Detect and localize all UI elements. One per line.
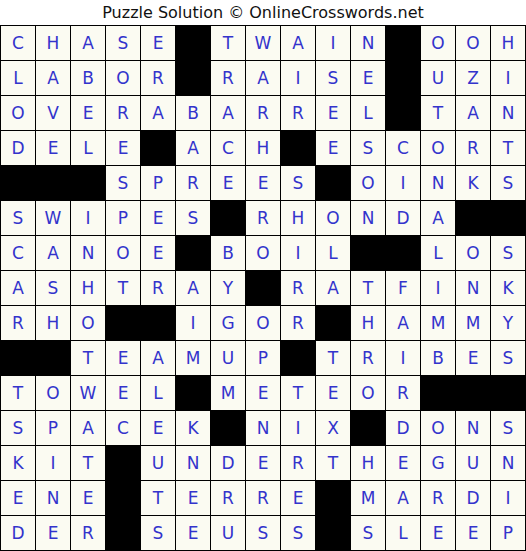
letter-cell-r2c2: A — [36, 61, 70, 95]
letter-cell-r12c1: S — [1, 411, 35, 445]
letter-cell-r6c3: I — [71, 201, 105, 235]
letter-cell-r7c1: C — [1, 236, 35, 270]
letter-cell-r8c4: T — [106, 271, 140, 305]
letter-cell-r15c7: U — [211, 516, 245, 550]
block-cell-r2c6 — [176, 61, 210, 95]
letter-cell-r11c12: R — [386, 376, 420, 410]
letter-cell-r3c13: T — [421, 96, 455, 130]
letter-cell-r3c10: E — [316, 96, 350, 130]
letter-cell-r4c15: T — [491, 131, 525, 165]
letter-cell-r10c13: B — [421, 341, 455, 375]
block-cell-r9c10 — [316, 306, 350, 340]
letter-cell-r10c8: P — [246, 341, 280, 375]
letter-cell-r6c13: A — [421, 201, 455, 235]
letter-cell-r7c7: B — [211, 236, 245, 270]
letter-cell-r13c13: G — [421, 446, 455, 480]
letter-cell-r14c9: E — [281, 481, 315, 515]
letter-cell-r2c10: S — [316, 61, 350, 95]
block-cell-r12c7 — [211, 411, 245, 445]
block-cell-r1c6 — [176, 26, 210, 60]
letter-cell-r13c5: U — [141, 446, 175, 480]
letter-cell-r8c9: R — [281, 271, 315, 305]
letter-cell-r1c1: C — [1, 26, 35, 60]
block-cell-r11c14 — [456, 376, 490, 410]
letter-cell-r8c10: A — [316, 271, 350, 305]
letter-cell-r8c12: F — [386, 271, 420, 305]
letter-cell-r1c10: I — [316, 26, 350, 60]
page-title: Puzzle Solution © OnlineCrosswords.net — [102, 0, 424, 25]
letter-cell-r8c14: N — [456, 271, 490, 305]
letter-cell-r1c14: O — [456, 26, 490, 60]
letter-cell-r5c13: N — [421, 166, 455, 200]
letter-cell-r7c13: L — [421, 236, 455, 270]
letter-cell-r12c2: P — [36, 411, 70, 445]
letter-cell-r4c6: A — [176, 131, 210, 165]
letter-cell-r10c5: A — [141, 341, 175, 375]
letter-cell-r8c13: I — [421, 271, 455, 305]
letter-cell-r1c7: T — [211, 26, 245, 60]
letter-cell-r12c14: N — [456, 411, 490, 445]
letter-cell-r13c3: T — [71, 446, 105, 480]
letter-cell-r15c15: P — [491, 516, 525, 550]
letter-cell-r10c10: T — [316, 341, 350, 375]
block-cell-r14c4 — [106, 481, 140, 515]
letter-cell-r13c2: I — [36, 446, 70, 480]
letter-cell-r7c10: L — [316, 236, 350, 270]
block-cell-r6c7 — [211, 201, 245, 235]
letter-cell-r13c10: T — [316, 446, 350, 480]
letter-cell-r15c9: S — [281, 516, 315, 550]
letter-cell-r14c7: R — [211, 481, 245, 515]
letter-cell-r14c12: A — [386, 481, 420, 515]
letter-cell-r10c7: U — [211, 341, 245, 375]
letter-cell-r15c11: S — [351, 516, 385, 550]
letter-cell-r12c4: C — [106, 411, 140, 445]
block-cell-r11c15 — [491, 376, 525, 410]
block-cell-r5c1 — [1, 166, 35, 200]
letter-cell-r9c13: M — [421, 306, 455, 340]
title-bar: Puzzle Solution © OnlineCrosswords.net — [0, 0, 526, 25]
letter-cell-r2c13: U — [421, 61, 455, 95]
letter-cell-r2c3: B — [71, 61, 105, 95]
letter-cell-r4c14: R — [456, 131, 490, 165]
letter-cell-r14c6: E — [176, 481, 210, 515]
letter-cell-r8c7: Y — [211, 271, 245, 305]
block-cell-r9c4 — [106, 306, 140, 340]
block-cell-r12c11 — [351, 411, 385, 445]
letter-cell-r14c2: N — [36, 481, 70, 515]
letter-cell-r14c8: R — [246, 481, 280, 515]
letter-cell-r12c8: N — [246, 411, 280, 445]
letter-cell-r9c14: M — [456, 306, 490, 340]
letter-cell-r3c9: R — [281, 96, 315, 130]
letter-cell-r7c3: N — [71, 236, 105, 270]
letter-cell-r15c8: S — [246, 516, 280, 550]
letter-cell-r14c5: T — [141, 481, 175, 515]
letter-cell-r14c11: M — [351, 481, 385, 515]
letter-cell-r10c14: E — [456, 341, 490, 375]
letter-cell-r6c10: O — [316, 201, 350, 235]
letter-cell-r13c11: H — [351, 446, 385, 480]
letter-cell-r2c7: R — [211, 61, 245, 95]
letter-cell-r13c12: E — [386, 446, 420, 480]
letter-cell-r3c8: R — [246, 96, 280, 130]
letter-cell-r9c15: Y — [491, 306, 525, 340]
letter-cell-r7c15: S — [491, 236, 525, 270]
letter-cell-r4c13: O — [421, 131, 455, 165]
letter-cell-r1c2: H — [36, 26, 70, 60]
block-cell-r13c4 — [106, 446, 140, 480]
letter-cell-r12c15: S — [491, 411, 525, 445]
block-cell-r5c2 — [36, 166, 70, 200]
letter-cell-r12c10: X — [316, 411, 350, 445]
crossword-solution-page: Puzzle Solution © OnlineCrosswords.net C… — [0, 0, 526, 551]
letter-cell-r7c4: O — [106, 236, 140, 270]
letter-cell-r2c8: A — [246, 61, 280, 95]
letter-cell-r3c15: N — [491, 96, 525, 130]
letter-cell-r15c12: L — [386, 516, 420, 550]
letter-cell-r5c7: E — [211, 166, 245, 200]
block-cell-r6c14 — [456, 201, 490, 235]
letter-cell-r11c3: W — [71, 376, 105, 410]
letter-cell-r8c3: H — [71, 271, 105, 305]
letter-cell-r13c8: E — [246, 446, 280, 480]
letter-cell-r3c3: E — [71, 96, 105, 130]
letter-cell-r6c11: N — [351, 201, 385, 235]
block-cell-r7c12 — [386, 236, 420, 270]
letter-cell-r7c2: A — [36, 236, 70, 270]
letter-cell-r4c8: H — [246, 131, 280, 165]
letter-cell-r15c1: D — [1, 516, 35, 550]
letter-cell-r10c6: M — [176, 341, 210, 375]
letter-cell-r4c11: S — [351, 131, 385, 165]
letter-cell-r11c10: E — [316, 376, 350, 410]
letter-cell-r14c1: E — [1, 481, 35, 515]
letter-cell-r9c1: R — [1, 306, 35, 340]
letter-cell-r6c1: S — [1, 201, 35, 235]
letter-cell-r10c15: S — [491, 341, 525, 375]
letter-cell-r15c13: E — [421, 516, 455, 550]
letter-cell-r5c5: P — [141, 166, 175, 200]
letter-cell-r12c12: D — [386, 411, 420, 445]
letter-cell-r4c2: E — [36, 131, 70, 165]
letter-cell-r5c14: K — [456, 166, 490, 200]
letter-cell-r9c9: R — [281, 306, 315, 340]
block-cell-r9c5 — [141, 306, 175, 340]
block-cell-r7c6 — [176, 236, 210, 270]
letter-cell-r12c9: I — [281, 411, 315, 445]
letter-cell-r2c5: R — [141, 61, 175, 95]
letter-cell-r9c6: I — [176, 306, 210, 340]
letter-cell-r12c3: A — [71, 411, 105, 445]
letter-cell-r8c15: K — [491, 271, 525, 305]
letter-cell-r14c13: R — [421, 481, 455, 515]
letter-cell-r11c7: M — [211, 376, 245, 410]
block-cell-r11c13 — [421, 376, 455, 410]
block-cell-r10c2 — [36, 341, 70, 375]
crossword-grid: CHASETWAINOOHLABORRAISEUZIOVERABARRELTAN… — [0, 25, 526, 551]
letter-cell-r5c8: E — [246, 166, 280, 200]
letter-cell-r3c7: A — [211, 96, 245, 130]
letter-cell-r1c4: S — [106, 26, 140, 60]
letter-cell-r11c5: L — [141, 376, 175, 410]
letter-cell-r13c1: K — [1, 446, 35, 480]
letter-cell-r7c8: O — [246, 236, 280, 270]
letter-cell-r15c3: R — [71, 516, 105, 550]
letter-cell-r4c10: E — [316, 131, 350, 165]
letter-cell-r5c9: S — [281, 166, 315, 200]
letter-cell-r10c12: I — [386, 341, 420, 375]
letter-cell-r14c15: I — [491, 481, 525, 515]
letter-cell-r13c14: U — [456, 446, 490, 480]
letter-cell-r10c11: R — [351, 341, 385, 375]
letter-cell-r6c9: H — [281, 201, 315, 235]
block-cell-r10c1 — [1, 341, 35, 375]
letter-cell-r8c1: A — [1, 271, 35, 305]
letter-cell-r8c11: T — [351, 271, 385, 305]
letter-cell-r8c6: A — [176, 271, 210, 305]
letter-cell-r12c13: O — [421, 411, 455, 445]
letter-cell-r11c8: E — [246, 376, 280, 410]
letter-cell-r8c2: S — [36, 271, 70, 305]
letter-cell-r9c8: O — [246, 306, 280, 340]
block-cell-r2c12 — [386, 61, 420, 95]
letter-cell-r13c6: N — [176, 446, 210, 480]
letter-cell-r6c2: W — [36, 201, 70, 235]
letter-cell-r2c9: I — [281, 61, 315, 95]
block-cell-r11c6 — [176, 376, 210, 410]
letter-cell-r13c7: D — [211, 446, 245, 480]
letter-cell-r5c15: S — [491, 166, 525, 200]
letter-cell-r6c6: S — [176, 201, 210, 235]
letter-cell-r15c5: S — [141, 516, 175, 550]
letter-cell-r7c14: O — [456, 236, 490, 270]
letter-cell-r3c1: O — [1, 96, 35, 130]
letter-cell-r14c3: E — [71, 481, 105, 515]
letter-cell-r2c15: I — [491, 61, 525, 95]
letter-cell-r1c11: N — [351, 26, 385, 60]
letter-cell-r13c15: N — [491, 446, 525, 480]
letter-cell-r4c7: C — [211, 131, 245, 165]
block-cell-r14c10 — [316, 481, 350, 515]
letter-cell-r13c9: R — [281, 446, 315, 480]
letter-cell-r15c14: E — [456, 516, 490, 550]
letter-cell-r2c4: O — [106, 61, 140, 95]
block-cell-r15c10 — [316, 516, 350, 550]
letter-cell-r7c5: E — [141, 236, 175, 270]
letter-cell-r6c8: R — [246, 201, 280, 235]
letter-cell-r5c12: I — [386, 166, 420, 200]
letter-cell-r4c4: E — [106, 131, 140, 165]
letter-cell-r12c5: E — [141, 411, 175, 445]
letter-cell-r6c12: D — [386, 201, 420, 235]
letter-cell-r2c14: Z — [456, 61, 490, 95]
letter-cell-r11c2: O — [36, 376, 70, 410]
block-cell-r3c12 — [386, 96, 420, 130]
letter-cell-r7c9: I — [281, 236, 315, 270]
letter-cell-r11c9: T — [281, 376, 315, 410]
letter-cell-r11c11: O — [351, 376, 385, 410]
letter-cell-r1c15: H — [491, 26, 525, 60]
block-cell-r6c15 — [491, 201, 525, 235]
letter-cell-r12c6: K — [176, 411, 210, 445]
block-cell-r4c9 — [281, 131, 315, 165]
letter-cell-r1c8: W — [246, 26, 280, 60]
letter-cell-r4c12: C — [386, 131, 420, 165]
block-cell-r1c12 — [386, 26, 420, 60]
letter-cell-r3c6: B — [176, 96, 210, 130]
block-cell-r4c5 — [141, 131, 175, 165]
letter-cell-r1c13: O — [421, 26, 455, 60]
block-cell-r5c10 — [316, 166, 350, 200]
letter-cell-r1c3: A — [71, 26, 105, 60]
letter-cell-r1c5: E — [141, 26, 175, 60]
letter-cell-r3c14: A — [456, 96, 490, 130]
block-cell-r5c3 — [71, 166, 105, 200]
block-cell-r7c11 — [351, 236, 385, 270]
letter-cell-r5c11: O — [351, 166, 385, 200]
letter-cell-r5c4: S — [106, 166, 140, 200]
letter-cell-r5c6: R — [176, 166, 210, 200]
letter-cell-r9c3: O — [71, 306, 105, 340]
letter-cell-r3c4: R — [106, 96, 140, 130]
letter-cell-r9c7: G — [211, 306, 245, 340]
letter-cell-r11c4: E — [106, 376, 140, 410]
letter-cell-r8c5: R — [141, 271, 175, 305]
letter-cell-r15c2: E — [36, 516, 70, 550]
letter-cell-r9c2: H — [36, 306, 70, 340]
letter-cell-r10c4: E — [106, 341, 140, 375]
block-cell-r10c9 — [281, 341, 315, 375]
letter-cell-r15c6: E — [176, 516, 210, 550]
letter-cell-r9c11: H — [351, 306, 385, 340]
block-cell-r8c8 — [246, 271, 280, 305]
letter-cell-r4c1: D — [1, 131, 35, 165]
letter-cell-r1c9: A — [281, 26, 315, 60]
letter-cell-r2c1: L — [1, 61, 35, 95]
letter-cell-r4c3: L — [71, 131, 105, 165]
letter-cell-r6c5: E — [141, 201, 175, 235]
letter-cell-r3c2: V — [36, 96, 70, 130]
letter-cell-r2c11: E — [351, 61, 385, 95]
letter-cell-r9c12: A — [386, 306, 420, 340]
letter-cell-r10c3: T — [71, 341, 105, 375]
letter-cell-r14c14: D — [456, 481, 490, 515]
block-cell-r15c4 — [106, 516, 140, 550]
letter-cell-r3c11: L — [351, 96, 385, 130]
letter-cell-r3c5: A — [141, 96, 175, 130]
letter-cell-r11c1: T — [1, 376, 35, 410]
letter-cell-r6c4: P — [106, 201, 140, 235]
